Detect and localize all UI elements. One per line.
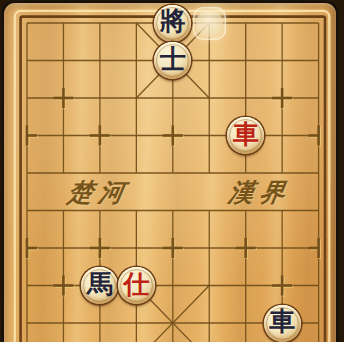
piece-red-advisor[interactable]: 仕: [118, 267, 155, 304]
piece-black-chariot[interactable]: 車: [264, 305, 301, 342]
piece-glyph: 將: [160, 9, 186, 35]
piece-glyph: 仕: [123, 272, 149, 298]
piece-black-general[interactable]: 將: [154, 5, 191, 42]
board-grid[interactable]: 將士車馬仕車: [9, 4, 337, 342]
piece-black-horse[interactable]: 馬: [81, 267, 118, 304]
piece-glyph: 車: [269, 309, 295, 335]
game-screen: 楚河 漢界 將士車馬仕車: [0, 0, 344, 342]
piece-glyph: 士: [160, 47, 186, 73]
piece-black-advisor[interactable]: 士: [154, 42, 191, 79]
piece-glyph: 馬: [87, 272, 113, 298]
piece-red-chariot[interactable]: 車: [227, 117, 264, 154]
piece-glyph: 車: [233, 122, 259, 148]
last-move-highlight: [193, 7, 226, 40]
